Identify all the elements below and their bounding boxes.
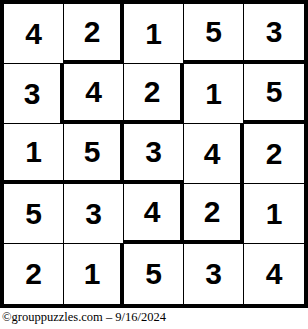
cell-r4c1: 5 <box>4 184 64 244</box>
cell-r4c2: 3 <box>64 184 124 244</box>
cell-r3c2: 5 <box>64 124 124 184</box>
cell-r1c4: 5 <box>184 4 244 64</box>
cell-r2c5: 5 <box>244 64 304 124</box>
cell-r4c5: 1 <box>244 184 304 244</box>
cell-r5c4: 3 <box>184 244 244 304</box>
cell-r1c2: 2 <box>64 4 124 64</box>
cell-r3c1: 1 <box>4 124 64 184</box>
cell-r5c3: 5 <box>124 244 184 304</box>
cell-r2c1: 3 <box>4 64 64 124</box>
sudoku-board: 4215334215153425342121534 <box>0 0 308 308</box>
cell-r3c4: 4 <box>184 124 244 184</box>
cell-r3c5: 2 <box>244 124 304 184</box>
cell-r1c1: 4 <box>4 4 64 64</box>
puzzle-page: 4215334215153425342121534 ©grouppuzzles.… <box>0 0 308 329</box>
cell-r4c4: 2 <box>184 184 244 244</box>
cell-r1c3: 1 <box>124 4 184 64</box>
cell-r2c2: 4 <box>64 64 124 124</box>
copyright-credit: ©grouppuzzles.com – 9/16/2024 <box>2 310 166 325</box>
cell-r5c1: 2 <box>4 244 64 304</box>
cell-r3c3: 3 <box>124 124 184 184</box>
cell-r2c4: 1 <box>184 64 244 124</box>
cell-r2c3: 2 <box>124 64 184 124</box>
cell-r5c5: 4 <box>244 244 304 304</box>
cell-r1c5: 3 <box>244 4 304 64</box>
cell-r4c3: 4 <box>124 184 184 244</box>
cell-r5c2: 1 <box>64 244 124 304</box>
